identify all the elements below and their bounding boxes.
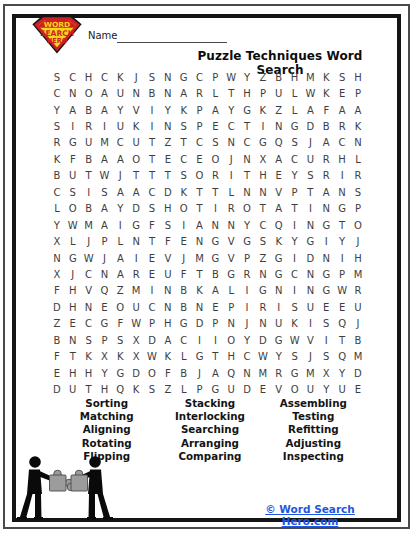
grid-cell: J: [81, 233, 97, 249]
grid-cell: Q: [334, 316, 350, 332]
grid-cell: N: [255, 316, 271, 332]
grid-cell: B: [318, 118, 334, 134]
grid-cell: E: [160, 151, 176, 167]
grid-cell: T: [81, 168, 97, 184]
grid-cell: A: [112, 266, 128, 282]
grid-cell: V: [223, 250, 239, 266]
grid-cell: M: [192, 250, 208, 266]
grid-cell: X: [97, 348, 113, 364]
grid-cell: V: [303, 332, 319, 348]
grid-cell: X: [255, 151, 271, 167]
grid-cell: V: [271, 381, 287, 397]
grid-cell: G: [334, 201, 350, 217]
grid-cell: R: [318, 151, 334, 167]
grid-cell: H: [239, 85, 255, 101]
grid-cell: H: [350, 69, 366, 85]
grid-cell: U: [81, 135, 97, 151]
grid-cell: R: [271, 365, 287, 381]
grid-cell: H: [65, 365, 81, 381]
grid-cell: S: [303, 168, 319, 184]
puzzle-pieces-icon: [50, 470, 88, 491]
grid-cell: U: [350, 299, 366, 315]
grid-cell: A: [112, 151, 128, 167]
name-label: Name: [88, 30, 118, 41]
grid-cell: C: [334, 135, 350, 151]
grid-cell: J: [350, 233, 366, 249]
grid-cell: B: [176, 283, 192, 299]
grid-cell: G: [65, 250, 81, 266]
grid-cell: K: [112, 348, 128, 364]
grid-cell: Y: [97, 365, 113, 381]
grid-cell: H: [287, 69, 303, 85]
grid-cell: W: [81, 250, 97, 266]
grid-cell: O: [287, 381, 303, 397]
grid-cell: C: [65, 69, 81, 85]
grid-cell: H: [97, 381, 113, 397]
grid-cell: I: [271, 299, 287, 315]
grid-cell: J: [303, 135, 319, 151]
grid-cell: L: [350, 151, 366, 167]
grid-cell: D: [303, 250, 319, 266]
word-list-item: Interlocking: [158, 410, 261, 423]
grid-cell: P: [207, 316, 223, 332]
grid-cell: K: [128, 118, 144, 134]
grid-cell: C: [49, 85, 65, 101]
grid-cell: Y: [334, 365, 350, 381]
grid-cell: N: [65, 85, 81, 101]
grid-cell: N: [255, 266, 271, 282]
grid-cell: O: [223, 332, 239, 348]
grid-cell: N: [160, 299, 176, 315]
grid-cell: G: [318, 283, 334, 299]
grid-cell: D: [49, 299, 65, 315]
grid-cell: N: [160, 69, 176, 85]
grid-cell: F: [49, 283, 65, 299]
grid-cell: N: [223, 135, 239, 151]
grid-cell: L: [223, 283, 239, 299]
grid-cell: X: [49, 233, 65, 249]
grid-cell: Z: [160, 135, 176, 151]
grid-cell: N: [271, 283, 287, 299]
grid-cell: K: [176, 102, 192, 118]
logo-text-search: SEARCH: [40, 29, 74, 38]
grid-cell: O: [65, 201, 81, 217]
grid-cell: C: [97, 69, 113, 85]
grid-cell: E: [334, 85, 350, 101]
grid-cell: I: [207, 201, 223, 217]
grid-cell: G: [192, 348, 208, 364]
grid-cell: I: [334, 250, 350, 266]
grid-cell: A: [176, 85, 192, 101]
grid-cell: S: [49, 69, 65, 85]
grid-cell: I: [287, 250, 303, 266]
grid-cell: H: [350, 250, 366, 266]
grid-cell: U: [334, 381, 350, 397]
grid-cell: H: [160, 316, 176, 332]
grid-cell: N: [65, 332, 81, 348]
grid-cell: D: [128, 201, 144, 217]
grid-cell: M: [350, 348, 366, 364]
grid-cell: B: [271, 69, 287, 85]
grid-cell: L: [49, 201, 65, 217]
grid-cell: K: [271, 233, 287, 249]
grid-cell: I: [81, 184, 97, 200]
grid-cell: I: [303, 201, 319, 217]
grid-cell: K: [192, 283, 208, 299]
grid-cell: G: [239, 233, 255, 249]
grid-cell: W: [97, 168, 113, 184]
grid-cell: I: [255, 118, 271, 134]
grid-cell: W: [223, 69, 239, 85]
grid-cell: U: [223, 381, 239, 397]
grid-cell: F: [160, 365, 176, 381]
grid-cell: H: [81, 365, 97, 381]
grid-cell: N: [192, 233, 208, 249]
grid-cell: P: [192, 118, 208, 134]
grid-cell: C: [49, 184, 65, 200]
grid-cell: P: [287, 184, 303, 200]
grid-cell: G: [239, 102, 255, 118]
grid-cell: N: [81, 299, 97, 315]
grid-cell: O: [144, 365, 160, 381]
grid-cell: T: [239, 168, 255, 184]
grid-cell: X: [128, 348, 144, 364]
grid-cell: H: [65, 283, 81, 299]
grid-cell: O: [207, 151, 223, 167]
grid-cell: A: [97, 151, 113, 167]
grid-cell: C: [176, 151, 192, 167]
grid-cell: Y: [334, 233, 350, 249]
grid-cell: T: [192, 201, 208, 217]
grid-cell: U: [160, 266, 176, 282]
grid-cell: Q: [223, 365, 239, 381]
grid-cell: U: [112, 85, 128, 101]
grid-cell: G: [271, 266, 287, 282]
grid-cell: D: [128, 365, 144, 381]
grid-cell: E: [49, 365, 65, 381]
grid-cell: A: [318, 184, 334, 200]
grid-cell: N: [334, 184, 350, 200]
grid-cell: T: [144, 233, 160, 249]
grid-cell: G: [271, 250, 287, 266]
grid-cell: C: [192, 135, 208, 151]
grid-cell: D: [239, 381, 255, 397]
grid-cell: Y: [271, 348, 287, 364]
grid-cell: S: [334, 69, 350, 85]
grid-cell: S: [287, 135, 303, 151]
grid-cell: N: [350, 135, 366, 151]
grid-cell: G: [255, 283, 271, 299]
grid-cell: E: [144, 266, 160, 282]
grid-cell: L: [287, 85, 303, 101]
grid-cell: I: [239, 299, 255, 315]
grid-cell: R: [207, 168, 223, 184]
grid-cell: N: [303, 217, 319, 233]
grid-cell: V: [160, 250, 176, 266]
grid-cell: D: [144, 332, 160, 348]
logo-text-hero: HERO: [47, 37, 68, 45]
grid-cell: P: [350, 201, 366, 217]
grid-cell: J: [239, 316, 255, 332]
grid-cell: C: [223, 118, 239, 134]
grid-cell: S: [287, 348, 303, 364]
grid-cell: J: [128, 69, 144, 85]
grid-cell: P: [144, 316, 160, 332]
grid-cell: C: [287, 266, 303, 282]
grid-cell: M: [97, 135, 113, 151]
grid-cell: U: [271, 316, 287, 332]
grid-cell: T: [287, 201, 303, 217]
grid-cell: R: [223, 201, 239, 217]
grid-cell: F: [144, 217, 160, 233]
word-list-item: Inspecting: [262, 450, 365, 463]
grid-cell: C: [287, 151, 303, 167]
word-list-item: Searching: [158, 423, 261, 436]
grid-cell: Q: [112, 381, 128, 397]
grid-cell: L: [65, 233, 81, 249]
grid-cell: T: [303, 184, 319, 200]
grid-cell: D: [303, 118, 319, 134]
grid-cell: G: [128, 217, 144, 233]
grid-cell: J: [176, 250, 192, 266]
grid-cell: A: [207, 102, 223, 118]
grid-cell: R: [350, 283, 366, 299]
grid-cell: R: [81, 118, 97, 134]
grid-cell: L: [176, 348, 192, 364]
grid-cell: V: [81, 283, 97, 299]
grid-cell: J: [223, 151, 239, 167]
grid-cell: D: [192, 316, 208, 332]
grid-cell: I: [287, 283, 303, 299]
grid-cell: J: [350, 316, 366, 332]
grid-cell: I: [223, 168, 239, 184]
word-list-item: Testing: [262, 410, 365, 423]
grid-cell: S: [144, 201, 160, 217]
grid-cell: F: [49, 348, 65, 364]
grid-cell: F: [160, 233, 176, 249]
word-list-item: Matching: [55, 410, 158, 423]
grid-cell: Q: [271, 135, 287, 151]
logo-text-word: WORD: [44, 21, 71, 29]
grid-cell: S: [176, 118, 192, 134]
grid-cell: C: [112, 135, 128, 151]
grid-cell: N: [271, 118, 287, 134]
grid-cell: G: [255, 135, 271, 151]
grid-cell: E: [255, 381, 271, 397]
grid-cell: S: [144, 69, 160, 85]
grid-cell: Y: [49, 217, 65, 233]
grid-cell: N: [97, 266, 113, 282]
grid-cell: B: [81, 201, 97, 217]
grid-cell: Y: [239, 217, 255, 233]
grid-cell: M: [303, 365, 319, 381]
grid-cell: Y: [239, 69, 255, 85]
grid-cell: P: [334, 266, 350, 282]
word-list-column-1: SortingMatchingAligningRotatingFlipping: [55, 397, 158, 463]
grid-cell: A: [65, 102, 81, 118]
grid-cell: K: [160, 348, 176, 364]
grid-cell: Y: [318, 381, 334, 397]
grid-cell: G: [223, 266, 239, 282]
grid-cell: E: [65, 316, 81, 332]
word-list-item: Sorting: [55, 397, 158, 410]
grid-cell: H: [81, 69, 97, 85]
grid-cell: A: [350, 102, 366, 118]
grid-cell: L: [176, 381, 192, 397]
grid-cell: J: [192, 365, 208, 381]
grid-cell: T: [223, 85, 239, 101]
grid-cell: L: [287, 102, 303, 118]
grid-cell: N: [239, 184, 255, 200]
grid-cell: Y: [223, 102, 239, 118]
grid-cell: N: [239, 365, 255, 381]
grid-cell: N: [303, 283, 319, 299]
grid-cell: I: [318, 332, 334, 348]
grid-cell: T: [192, 266, 208, 282]
grid-cell: A: [97, 217, 113, 233]
grid-cell: P: [192, 381, 208, 397]
word-list-item: Assembling: [262, 397, 365, 410]
grid-cell: D: [350, 365, 366, 381]
grid-cell: A: [207, 365, 223, 381]
grid-cell: W: [303, 85, 319, 101]
grid-cell: S: [81, 332, 97, 348]
grid-cell: N: [128, 233, 144, 249]
grid-cell: A: [334, 102, 350, 118]
grid-cell: P: [255, 85, 271, 101]
grid-cell: S: [287, 299, 303, 315]
grid-cell: S: [255, 233, 271, 249]
grid-cell: O: [192, 168, 208, 184]
grid-cell: X: [318, 365, 334, 381]
grid-cell: M: [128, 283, 144, 299]
grid-cell: N: [49, 250, 65, 266]
grid-cell: J: [303, 348, 319, 364]
grid-cell: R: [318, 168, 334, 184]
grid-cell: S: [144, 381, 160, 397]
grid-cell: S: [97, 184, 113, 200]
grid-cell: B: [207, 266, 223, 282]
grid-cell: T: [144, 135, 160, 151]
grid-cell: P: [97, 332, 113, 348]
word-list-column-3: AssemblingTestingRefittingAdjustingInspe…: [262, 397, 365, 463]
grid-cell: L: [223, 184, 239, 200]
grid-cell: I: [207, 332, 223, 348]
grid-cell: N: [318, 250, 334, 266]
grid-cell: G: [176, 69, 192, 85]
grid-cell: U: [128, 135, 144, 151]
grid-cell: S: [49, 118, 65, 134]
grid-cell: P: [192, 102, 208, 118]
grid-cell: B: [350, 332, 366, 348]
grid-cell: T: [207, 184, 223, 200]
grid-cell: G: [303, 233, 319, 249]
grid-cell: P: [223, 299, 239, 315]
grid-cell: N: [239, 151, 255, 167]
grid-cell: T: [176, 135, 192, 151]
grid-cell: Z: [112, 283, 128, 299]
grid-cell: I: [112, 217, 128, 233]
grid-cell: K: [318, 85, 334, 101]
grid-cell: V: [223, 233, 239, 249]
grid-cell: B: [176, 299, 192, 315]
grid-cell: A: [192, 217, 208, 233]
grid-cell: P: [97, 233, 113, 249]
grid-cell: F: [65, 151, 81, 167]
grid-cell: I: [97, 118, 113, 134]
grid-cell: F: [318, 102, 334, 118]
word-list-item: Aligning: [55, 423, 158, 436]
grid-cell: S: [318, 316, 334, 332]
grid-cell: U: [303, 151, 319, 167]
word-list-item: Comparing: [158, 450, 261, 463]
grid-cell: K: [255, 102, 271, 118]
grid-cell: A: [128, 184, 144, 200]
word-list: SortingMatchingAligningRotatingFlipping …: [55, 397, 365, 463]
grid-cell: N: [160, 85, 176, 101]
grid-cell: R: [128, 266, 144, 282]
grid-cell: Q: [271, 217, 287, 233]
grid-cell: I: [144, 102, 160, 118]
footer-copyright-link[interactable]: © Word Search Hero.com: [240, 503, 380, 527]
grid-cell: I: [128, 250, 144, 266]
grid-cell: I: [239, 283, 255, 299]
grid-cell: E: [207, 299, 223, 315]
grid-cell: H: [334, 151, 350, 167]
grid-cell: K: [176, 184, 192, 200]
grid-cell: Y: [112, 102, 128, 118]
grid-cell: U: [303, 299, 319, 315]
grid-cell: F: [176, 266, 192, 282]
word-search-hero-logo: WORD SEARCH HERO: [31, 15, 83, 54]
grid-cell: M: [255, 365, 271, 381]
grid-cell: I: [192, 332, 208, 348]
grid-cell: I: [144, 283, 160, 299]
grid-cell: G: [65, 135, 81, 151]
worksheet-page: WORD SEARCH HERO Name Puzzle Techniques …: [0, 0, 416, 539]
grid-cell: E: [97, 299, 113, 315]
grid-cell: P: [239, 250, 255, 266]
grid-cell: T: [255, 201, 271, 217]
grid-cell: D: [255, 332, 271, 348]
grid-cell: N: [128, 85, 144, 101]
grid-cell: P: [350, 85, 366, 101]
grid-cell: O: [239, 201, 255, 217]
word-list-item: Arranging: [158, 437, 261, 450]
grid-cell: Q: [97, 283, 113, 299]
grid-cell: A: [271, 151, 287, 167]
grid-cell: A: [112, 250, 128, 266]
grid-cell: G: [176, 316, 192, 332]
grid-cell: C: [81, 266, 97, 282]
grid-cell: G: [112, 365, 128, 381]
grid-cell: T: [144, 151, 160, 167]
grid-cell: C: [255, 217, 271, 233]
grid-cell: U: [128, 299, 144, 315]
grid-cell: D: [49, 381, 65, 397]
grid-cell: I: [176, 217, 192, 233]
grid-cell: D: [160, 184, 176, 200]
grid-cell: E: [271, 168, 287, 184]
grid-cell: G: [318, 266, 334, 282]
grid-cell: Y: [287, 233, 303, 249]
grid-cell: W: [144, 348, 160, 364]
grid-cell: I: [144, 118, 160, 134]
grid-cell: R: [255, 299, 271, 315]
grid-cell: Z: [271, 102, 287, 118]
grid-cell: K: [112, 69, 128, 85]
grid-cell: I: [303, 316, 319, 332]
